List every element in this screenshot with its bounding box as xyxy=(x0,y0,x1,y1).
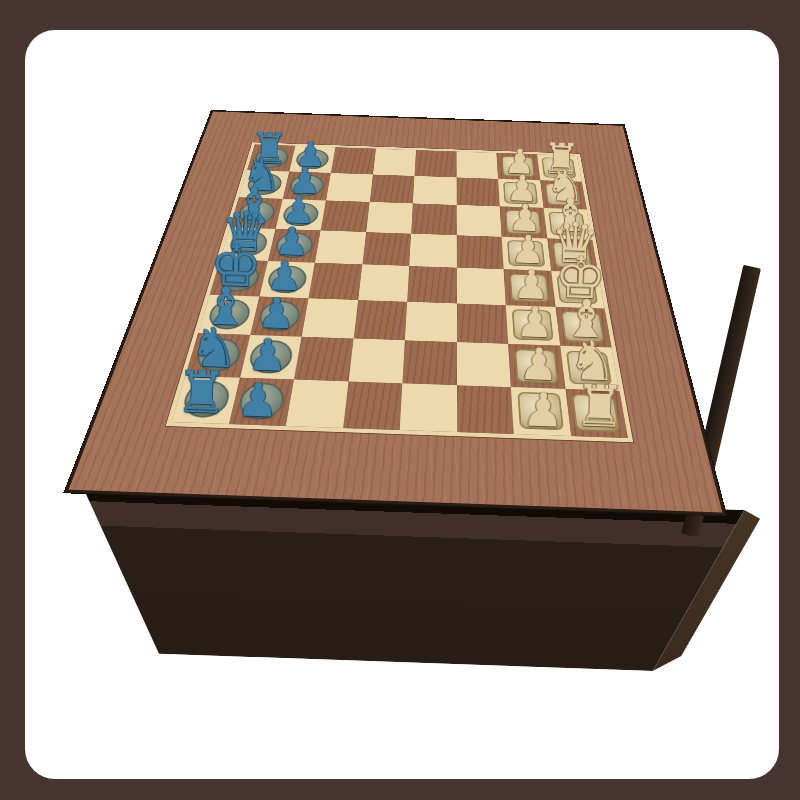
board-lid: ♜♟♟♜♞♟♟♞♝♟♟♝♛♟♟♛♚♟♟♚♝♟♟♝♞♟♟♞♜♟♟♜ xyxy=(65,110,727,515)
square-f7[interactable] xyxy=(456,177,500,206)
square-c4[interactable] xyxy=(308,263,362,300)
square-f2[interactable] xyxy=(457,342,511,387)
square-h1[interactable]: ♜ xyxy=(565,389,628,438)
square-c5[interactable] xyxy=(315,230,366,264)
square-f5[interactable] xyxy=(456,235,503,269)
playing-field: ♜♟♟♜♞♟♟♞♝♟♟♝♛♟♟♛♚♟♟♚♝♟♟♝♞♟♟♞♜♟♟♜ xyxy=(171,144,627,438)
square-e1[interactable] xyxy=(400,383,457,432)
board-scene: ♜♟♟♜♞♟♟♞♝♟♟♝♛♟♟♛♚♟♟♚♝♟♟♝♞♟♟♞♜♟♟♜ xyxy=(56,36,744,529)
square-f4[interactable] xyxy=(456,268,505,305)
square-g2[interactable]: ♟ xyxy=(508,344,565,389)
square-d3[interactable] xyxy=(353,300,407,341)
egyptian-pawn[interactable]: ♟ xyxy=(237,376,280,424)
square-c6[interactable] xyxy=(321,200,370,231)
square-e8[interactable] xyxy=(414,150,456,177)
square-d4[interactable] xyxy=(358,264,409,301)
square-e6[interactable] xyxy=(411,203,456,235)
square-c7[interactable] xyxy=(326,173,373,202)
roman-rook[interactable]: ♜ xyxy=(573,377,626,436)
square-f3[interactable] xyxy=(456,303,508,344)
square-c1[interactable] xyxy=(286,379,349,428)
square-c2[interactable] xyxy=(294,337,353,381)
square-c8[interactable] xyxy=(331,147,376,174)
square-d6[interactable] xyxy=(366,202,413,233)
square-a1[interactable]: ♜ xyxy=(171,375,239,424)
square-e2[interactable] xyxy=(402,340,456,385)
square-f6[interactable] xyxy=(456,205,501,237)
egyptian-rook[interactable]: ♜ xyxy=(175,363,228,422)
square-d8[interactable] xyxy=(373,149,416,176)
square-e4[interactable] xyxy=(407,266,456,303)
roman-pawn[interactable]: ♟ xyxy=(518,342,559,387)
square-f1[interactable] xyxy=(457,385,514,434)
square-b1[interactable]: ♟ xyxy=(229,377,294,426)
square-f8[interactable] xyxy=(456,151,498,178)
roman-pawn[interactable]: ♟ xyxy=(521,386,564,434)
egyptian-pawn[interactable]: ♟ xyxy=(247,332,288,377)
square-g1[interactable]: ♟ xyxy=(511,387,571,436)
square-e7[interactable] xyxy=(413,176,456,205)
square-e3[interactable] xyxy=(405,301,457,342)
square-e5[interactable] xyxy=(409,233,456,267)
page: { "game": "chess", "set_theme": "Egyptia… xyxy=(0,0,800,800)
board-inlay-border: ♜♟♟♜♞♟♟♞♝♟♟♝♛♟♟♛♚♟♟♚♝♟♟♝♞♟♟♞♜♟♟♜ xyxy=(166,142,634,442)
square-c3[interactable] xyxy=(302,298,358,338)
square-d7[interactable] xyxy=(369,174,414,203)
square-d2[interactable] xyxy=(348,338,405,382)
square-d5[interactable] xyxy=(362,232,411,266)
chess-set: ♜♟♟♜♞♟♟♞♝♟♟♝♛♟♟♛♚♟♟♚♝♟♟♝♞♟♟♞♜♟♟♜ xyxy=(0,0,800,800)
square-d1[interactable] xyxy=(343,381,403,430)
